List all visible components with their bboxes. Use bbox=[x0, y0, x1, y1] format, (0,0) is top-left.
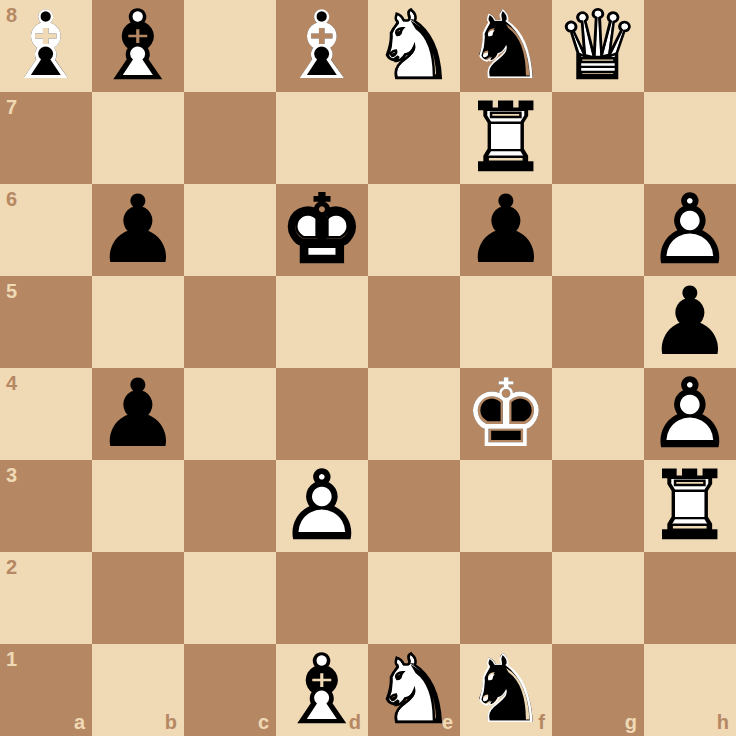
square-e5[interactable] bbox=[368, 276, 460, 368]
piece-white-knight[interactable]: ♞♘ bbox=[368, 0, 460, 92]
piece-black-bishop[interactable]: ♝♗ bbox=[276, 0, 368, 92]
square-c4[interactable] bbox=[184, 368, 276, 460]
piece-detail-glyph: ♗ bbox=[276, 0, 368, 92]
piece-detail-glyph: ♖ bbox=[460, 92, 552, 184]
chess-board: 8♝♗♝♗♝♗♞♘♞♘♛♕7♜♖6♟♚♔♟♟♙5♟4♟♚♔♟♙3♟♙♜♖21ab… bbox=[0, 0, 736, 736]
rank-label: 1 bbox=[6, 649, 17, 669]
file-label: b bbox=[165, 712, 177, 732]
piece-glyph: ♝ bbox=[92, 0, 184, 92]
piece-glyph: ♟ bbox=[644, 184, 736, 276]
square-b1[interactable]: b bbox=[92, 644, 184, 736]
square-f5[interactable] bbox=[460, 276, 552, 368]
rank-label: 6 bbox=[6, 189, 17, 209]
rank-label: 7 bbox=[6, 97, 17, 117]
square-f6[interactable]: ♟ bbox=[460, 184, 552, 276]
piece-detail-glyph: ♗ bbox=[92, 0, 184, 92]
square-g1[interactable]: g bbox=[552, 644, 644, 736]
rank-label: 3 bbox=[6, 465, 17, 485]
square-d2[interactable] bbox=[276, 552, 368, 644]
piece-white-pawn[interactable]: ♟♙ bbox=[644, 368, 736, 460]
piece-black-pawn[interactable]: ♟ bbox=[644, 276, 736, 368]
square-d5[interactable] bbox=[276, 276, 368, 368]
square-f2[interactable] bbox=[460, 552, 552, 644]
piece-glyph: ♛ bbox=[552, 0, 644, 92]
piece-detail-glyph: ♘ bbox=[460, 644, 552, 736]
square-a1[interactable]: 1a bbox=[0, 644, 92, 736]
piece-detail-glyph: ♕ bbox=[552, 0, 644, 92]
piece-black-bishop[interactable]: ♝♗ bbox=[0, 0, 92, 92]
piece-glyph: ♞ bbox=[368, 0, 460, 92]
square-e8[interactable]: ♞♘ bbox=[368, 0, 460, 92]
square-b4[interactable]: ♟ bbox=[92, 368, 184, 460]
piece-glyph: ♝ bbox=[0, 0, 92, 92]
rank-label: 4 bbox=[6, 373, 17, 393]
piece-black-pawn[interactable]: ♟ bbox=[92, 184, 184, 276]
piece-detail-glyph: ♔ bbox=[460, 368, 552, 460]
square-b5[interactable] bbox=[92, 276, 184, 368]
square-f7[interactable]: ♜♖ bbox=[460, 92, 552, 184]
piece-detail-glyph: ♘ bbox=[368, 644, 460, 736]
piece-white-bishop[interactable]: ♝♗ bbox=[92, 0, 184, 92]
square-e1[interactable]: e♞♘ bbox=[368, 644, 460, 736]
piece-white-queen[interactable]: ♛♕ bbox=[552, 0, 644, 92]
square-a5[interactable]: 5 bbox=[0, 276, 92, 368]
piece-detail-glyph: ♗ bbox=[276, 644, 368, 736]
square-h6[interactable]: ♟♙ bbox=[644, 184, 736, 276]
square-b8[interactable]: ♝♗ bbox=[92, 0, 184, 92]
square-e3[interactable] bbox=[368, 460, 460, 552]
square-a7[interactable]: 7 bbox=[0, 92, 92, 184]
piece-glyph: ♞ bbox=[368, 644, 460, 736]
file-label: g bbox=[625, 712, 637, 732]
piece-glyph: ♟ bbox=[92, 184, 184, 276]
piece-black-pawn[interactable]: ♟ bbox=[92, 368, 184, 460]
square-g7[interactable] bbox=[552, 92, 644, 184]
square-d4[interactable] bbox=[276, 368, 368, 460]
piece-detail-glyph: ♘ bbox=[368, 0, 460, 92]
square-c2[interactable] bbox=[184, 552, 276, 644]
square-a3[interactable]: 3 bbox=[0, 460, 92, 552]
square-c8[interactable] bbox=[184, 0, 276, 92]
square-g2[interactable] bbox=[552, 552, 644, 644]
square-g4[interactable] bbox=[552, 368, 644, 460]
file-label: c bbox=[258, 712, 269, 732]
piece-glyph: ♚ bbox=[460, 368, 552, 460]
square-d7[interactable] bbox=[276, 92, 368, 184]
square-c5[interactable] bbox=[184, 276, 276, 368]
piece-detail-glyph: ♙ bbox=[644, 368, 736, 460]
square-g3[interactable] bbox=[552, 460, 644, 552]
piece-glyph: ♜ bbox=[644, 460, 736, 552]
piece-glyph: ♞ bbox=[460, 0, 552, 92]
piece-white-bishop[interactable]: ♝♗ bbox=[276, 644, 368, 736]
square-b2[interactable] bbox=[92, 552, 184, 644]
piece-detail-glyph: ♖ bbox=[644, 460, 736, 552]
square-c1[interactable]: c bbox=[184, 644, 276, 736]
square-b7[interactable] bbox=[92, 92, 184, 184]
piece-white-rook[interactable]: ♜♖ bbox=[460, 92, 552, 184]
square-d8[interactable]: ♝♗ bbox=[276, 0, 368, 92]
square-h2[interactable] bbox=[644, 552, 736, 644]
piece-detail-glyph: ♘ bbox=[460, 0, 552, 92]
piece-detail-glyph: ♙ bbox=[644, 184, 736, 276]
square-d1[interactable]: d♝♗ bbox=[276, 644, 368, 736]
piece-glyph: ♟ bbox=[644, 368, 736, 460]
file-label: h bbox=[717, 712, 729, 732]
piece-glyph: ♜ bbox=[460, 92, 552, 184]
square-h5[interactable]: ♟ bbox=[644, 276, 736, 368]
piece-glyph: ♟ bbox=[460, 184, 552, 276]
piece-glyph: ♟ bbox=[644, 276, 736, 368]
piece-white-king[interactable]: ♚♔ bbox=[276, 184, 368, 276]
piece-glyph: ♟ bbox=[276, 460, 368, 552]
piece-white-pawn[interactable]: ♟♙ bbox=[644, 184, 736, 276]
square-b3[interactable] bbox=[92, 460, 184, 552]
piece-white-knight[interactable]: ♞♘ bbox=[368, 644, 460, 736]
rank-label: 5 bbox=[6, 281, 17, 301]
square-c7[interactable] bbox=[184, 92, 276, 184]
piece-glyph: ♝ bbox=[276, 0, 368, 92]
piece-detail-glyph: ♔ bbox=[276, 184, 368, 276]
square-e6[interactable] bbox=[368, 184, 460, 276]
piece-white-rook[interactable]: ♜♖ bbox=[644, 460, 736, 552]
file-label: a bbox=[74, 712, 85, 732]
square-e2[interactable] bbox=[368, 552, 460, 644]
square-h3[interactable]: ♜♖ bbox=[644, 460, 736, 552]
piece-black-knight[interactable]: ♞♘ bbox=[460, 644, 552, 736]
square-h4[interactable]: ♟♙ bbox=[644, 368, 736, 460]
piece-black-knight[interactable]: ♞♘ bbox=[460, 0, 552, 92]
square-a6[interactable]: 6 bbox=[0, 184, 92, 276]
piece-glyph: ♝ bbox=[276, 644, 368, 736]
square-f8[interactable]: ♞♘ bbox=[460, 0, 552, 92]
piece-glyph: ♞ bbox=[460, 644, 552, 736]
square-e4[interactable] bbox=[368, 368, 460, 460]
rank-label: 2 bbox=[6, 557, 17, 577]
piece-black-pawn[interactable]: ♟ bbox=[460, 184, 552, 276]
piece-glyph: ♟ bbox=[92, 368, 184, 460]
square-d6[interactable]: ♚♔ bbox=[276, 184, 368, 276]
piece-white-pawn[interactable]: ♟♙ bbox=[276, 460, 368, 552]
square-h8[interactable] bbox=[644, 0, 736, 92]
square-f1[interactable]: f♞♘ bbox=[460, 644, 552, 736]
square-c3[interactable] bbox=[184, 460, 276, 552]
square-h1[interactable]: h bbox=[644, 644, 736, 736]
square-f3[interactable] bbox=[460, 460, 552, 552]
square-f4[interactable]: ♚♔ bbox=[460, 368, 552, 460]
square-c6[interactable] bbox=[184, 184, 276, 276]
square-g5[interactable] bbox=[552, 276, 644, 368]
square-g6[interactable] bbox=[552, 184, 644, 276]
square-a8[interactable]: 8♝♗ bbox=[0, 0, 92, 92]
square-g8[interactable]: ♛♕ bbox=[552, 0, 644, 92]
square-e7[interactable] bbox=[368, 92, 460, 184]
square-a2[interactable]: 2 bbox=[0, 552, 92, 644]
piece-detail-glyph: ♗ bbox=[0, 0, 92, 92]
piece-glyph: ♚ bbox=[276, 184, 368, 276]
square-h7[interactable] bbox=[644, 92, 736, 184]
piece-detail-glyph: ♙ bbox=[276, 460, 368, 552]
square-d3[interactable]: ♟♙ bbox=[276, 460, 368, 552]
square-b6[interactable]: ♟ bbox=[92, 184, 184, 276]
piece-black-king[interactable]: ♚♔ bbox=[460, 368, 552, 460]
square-a4[interactable]: 4 bbox=[0, 368, 92, 460]
